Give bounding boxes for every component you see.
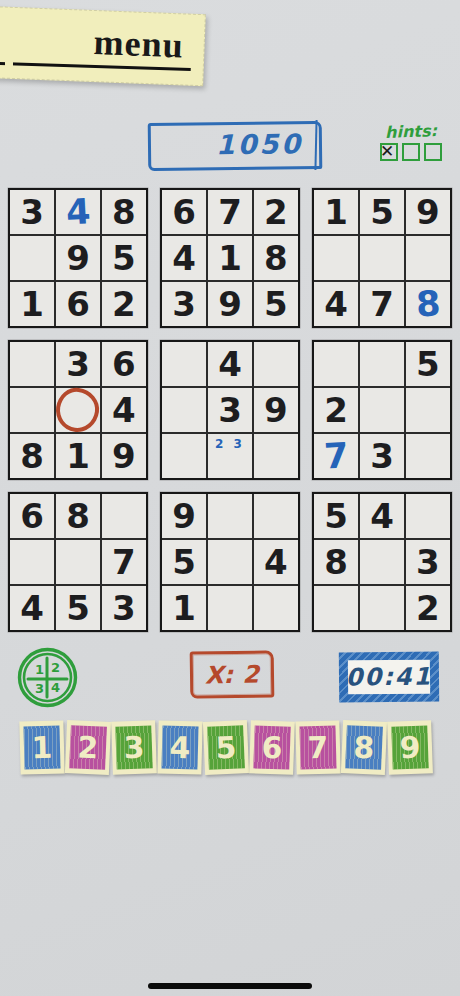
cell-r8c4[interactable]: 5	[162, 540, 206, 584]
cell-r6c5[interactable]: 2 3	[208, 434, 252, 478]
given-digit: 4	[172, 238, 196, 278]
cell-r7c4[interactable]: 9	[162, 494, 206, 538]
given-digit: 8	[112, 192, 136, 232]
cell-r5c8[interactable]	[360, 388, 404, 432]
given-digit: 4	[370, 496, 394, 536]
cell-r5c2[interactable]	[56, 388, 100, 432]
given-digit: 2	[264, 192, 288, 232]
cell-r2c5[interactable]: 1	[208, 236, 252, 280]
number-tile-9[interactable]: 9	[387, 720, 433, 775]
cell-r7c7[interactable]: 5	[314, 494, 358, 538]
cell-r9c8[interactable]	[360, 586, 404, 630]
cell-r9c6[interactable]	[254, 586, 298, 630]
given-digit: 6	[20, 496, 44, 536]
cell-r3c1[interactable]: 1	[10, 282, 54, 326]
selected-cell-circle-icon	[54, 385, 103, 435]
number-tile-digit: 9	[391, 725, 428, 769]
mistakes-label: X:	[205, 660, 233, 688]
cell-r7c9[interactable]	[406, 494, 450, 538]
given-digit: 3	[218, 390, 242, 430]
given-digit: 5	[66, 588, 90, 628]
cell-r7c6[interactable]	[254, 494, 298, 538]
cell-r4c8[interactable]	[360, 342, 404, 386]
given-digit: 4	[20, 588, 44, 628]
cell-r9c4[interactable]: 1	[162, 586, 206, 630]
given-digit: 5	[112, 238, 136, 278]
cell-r6c4[interactable]	[162, 434, 206, 478]
number-tile-6[interactable]: 6	[249, 720, 295, 775]
cell-r1c3[interactable]: 8	[102, 190, 146, 234]
cell-r7c8[interactable]: 4	[360, 494, 404, 538]
given-digit: 8	[20, 436, 44, 476]
cell-r5c3[interactable]: 4	[102, 388, 146, 432]
cell-r3c6[interactable]: 5	[254, 282, 298, 326]
cell-r1c6[interactable]: 2	[254, 190, 298, 234]
number-tile-tray: 123456789	[20, 721, 432, 774]
given-digit: 9	[416, 192, 440, 232]
given-digit: 1	[20, 284, 44, 324]
number-tile-digit: 6	[253, 725, 290, 769]
box-3: 159478	[312, 188, 452, 328]
given-digit: 9	[172, 496, 196, 536]
cell-r6c8[interactable]: 3	[360, 434, 404, 478]
cell-r8c8[interactable]	[360, 540, 404, 584]
hint-checkbox-2[interactable]	[402, 143, 420, 161]
hints-panel[interactable]: hints: ✕	[380, 122, 442, 161]
given-digit: 4	[324, 284, 348, 324]
box-7: 687453	[8, 492, 148, 632]
hint-checkbox-3[interactable]	[424, 143, 442, 161]
pencil-marks: 2 3	[208, 437, 252, 451]
cell-r5c4[interactable]	[162, 388, 206, 432]
number-tile-5[interactable]: 5	[203, 720, 249, 775]
cell-r8c9[interactable]: 3	[406, 540, 450, 584]
home-indicator[interactable]	[148, 983, 312, 989]
pencil-toggle-quadrant-1: 1	[35, 662, 44, 677]
cell-r8c3[interactable]: 7	[102, 540, 146, 584]
cell-r1c8[interactable]: 5	[360, 190, 404, 234]
box-2: 672418395	[160, 188, 300, 328]
cell-r6c9[interactable]	[406, 434, 450, 478]
given-digit: 9	[218, 284, 242, 324]
given-digit: 4	[264, 542, 288, 582]
hint-used-x-icon: ✕	[380, 141, 394, 161]
timer: 00:41	[339, 652, 439, 703]
cell-r9c1[interactable]: 4	[10, 586, 54, 630]
mistakes-counter: X: 2	[190, 650, 275, 698]
cell-r5c9[interactable]	[406, 388, 450, 432]
given-digit: 3	[172, 284, 196, 324]
number-tile-digit: 5	[207, 725, 245, 770]
cell-r6c7[interactable]: 7	[314, 434, 358, 478]
box-5: 4392 3	[160, 340, 300, 480]
given-digit: 9	[264, 390, 288, 430]
cell-r9c7[interactable]	[314, 586, 358, 630]
given-digit: 4	[218, 344, 242, 384]
cell-r2c4[interactable]: 4	[162, 236, 206, 280]
box-6: 5273	[312, 340, 452, 480]
number-tile-digit: 2	[69, 725, 107, 770]
score-box: 1050	[148, 121, 323, 171]
given-digit: 8	[324, 542, 348, 582]
score-value: 1050	[216, 128, 304, 160]
given-digit: 5	[416, 344, 440, 384]
given-digit: 1	[324, 192, 348, 232]
number-tile-3[interactable]: 3	[111, 720, 157, 775]
given-digit: 2	[324, 390, 348, 430]
cell-r4c9[interactable]: 5	[406, 342, 450, 386]
given-digit: 5	[370, 192, 394, 232]
cell-r1c2[interactable]: 4	[56, 190, 100, 234]
cell-r1c4[interactable]: 6	[162, 190, 206, 234]
given-digit: 1	[66, 436, 90, 476]
cell-r2c2[interactable]: 9	[56, 236, 100, 280]
cell-r5c7[interactable]: 2	[314, 388, 358, 432]
mistakes-value: 2	[242, 660, 259, 688]
given-digit: 7	[112, 542, 136, 582]
pencil-toggle-quadrant-4: 4	[51, 680, 60, 695]
cell-r4c4[interactable]	[162, 342, 206, 386]
cell-r7c2[interactable]: 8	[56, 494, 100, 538]
given-digit: 3	[112, 588, 136, 628]
given-digit: 5	[324, 496, 348, 536]
cell-r4c2[interactable]: 3	[56, 342, 100, 386]
pencil-toggle-quadrant-2: 2	[51, 660, 60, 675]
cell-r3c4[interactable]: 3	[162, 282, 206, 326]
cell-r1c5[interactable]: 7	[208, 190, 252, 234]
given-digit: 6	[66, 284, 90, 324]
cell-r4c7[interactable]	[314, 342, 358, 386]
cell-r5c1[interactable]	[10, 388, 54, 432]
number-tile-1[interactable]: 1	[19, 720, 64, 774]
given-digit: 5	[264, 284, 288, 324]
cell-r9c9[interactable]: 2	[406, 586, 450, 630]
given-digit: 2	[416, 588, 440, 628]
given-digit: 8	[66, 496, 90, 536]
cell-r2c8[interactable]	[360, 236, 404, 280]
user-digit: 8	[415, 283, 441, 324]
cell-r4c6[interactable]	[254, 342, 298, 386]
cell-r2c7[interactable]	[314, 236, 358, 280]
given-digit: 9	[112, 436, 136, 476]
cell-r2c6[interactable]: 8	[254, 236, 298, 280]
given-digit: 3	[20, 192, 44, 232]
cell-r9c2[interactable]: 5	[56, 586, 100, 630]
number-tile-digit: 3	[115, 725, 152, 769]
cell-r8c5[interactable]	[208, 540, 252, 584]
given-digit: 7	[218, 192, 242, 232]
cell-r5c5[interactable]: 3	[208, 388, 252, 432]
number-tile-4[interactable]: 4	[157, 720, 202, 774]
cell-r3c9[interactable]: 8	[406, 282, 450, 326]
given-digit: 6	[172, 192, 196, 232]
timer-value: 00:41	[346, 663, 433, 692]
cell-r6c2[interactable]: 1	[56, 434, 100, 478]
cell-r8c7[interactable]: 8	[314, 540, 358, 584]
box-8: 9541	[160, 492, 300, 632]
cell-r1c9[interactable]: 9	[406, 190, 450, 234]
cell-r8c1[interactable]	[10, 540, 54, 584]
cell-r3c2[interactable]: 6	[56, 282, 100, 326]
hint-checkboxes: ✕	[380, 143, 442, 161]
hint-checkbox-1[interactable]: ✕	[380, 143, 398, 161]
cell-r3c3[interactable]: 2	[102, 282, 146, 326]
cell-r1c1[interactable]: 3	[10, 190, 54, 234]
cell-r3c8[interactable]: 7	[360, 282, 404, 326]
given-digit: 5	[172, 542, 196, 582]
box-4: 364819	[8, 340, 148, 480]
number-tile-digit: 1	[23, 726, 60, 770]
given-digit: 3	[416, 542, 440, 582]
given-digit: 8	[264, 238, 288, 278]
number-tile-digit: 4	[161, 726, 198, 770]
cell-r3c5[interactable]: 9	[208, 282, 252, 326]
menu-button[interactable]: menu	[0, 6, 206, 86]
number-tile-7[interactable]: 7	[295, 720, 340, 774]
number-tile-2[interactable]: 2	[65, 720, 111, 775]
cell-r7c5[interactable]	[208, 494, 252, 538]
pencil-toggle-quadrant-3: 3	[35, 681, 44, 696]
cell-r6c1[interactable]: 8	[10, 434, 54, 478]
cell-r9c3[interactable]: 3	[102, 586, 146, 630]
given-digit: 2	[112, 284, 136, 324]
menu-button-label: menu	[93, 21, 185, 66]
cell-r3c7[interactable]: 4	[314, 282, 358, 326]
box-9: 54832	[312, 492, 452, 632]
number-tile-digit: 7	[299, 726, 336, 770]
user-digit: 4	[65, 192, 91, 233]
given-digit: 4	[112, 390, 136, 430]
cell-r4c1[interactable]	[10, 342, 54, 386]
box-1: 34895162	[8, 188, 148, 328]
sudoku-board: 348951626724183951594783648194392 352736…	[8, 188, 452, 632]
timer-inner: 00:41	[348, 660, 430, 695]
given-digit: 1	[172, 588, 196, 628]
number-tile-digit: 8	[345, 725, 383, 770]
cell-r4c3[interactable]: 6	[102, 342, 146, 386]
cell-r8c2[interactable]	[56, 540, 100, 584]
cell-r6c3[interactable]: 9	[102, 434, 146, 478]
cell-r9c5[interactable]	[208, 586, 252, 630]
cell-r7c1[interactable]: 6	[10, 494, 54, 538]
pencil-marks-toggle-button[interactable]: 1 2 3 4	[16, 646, 80, 710]
cell-r2c3[interactable]: 5	[102, 236, 146, 280]
number-tile-8[interactable]: 8	[341, 720, 387, 775]
hints-label: hints:	[380, 121, 443, 142]
user-digit: 7	[323, 435, 349, 476]
given-digit: 9	[66, 238, 90, 278]
cell-r2c1[interactable]	[10, 236, 54, 280]
given-digit: 3	[66, 344, 90, 384]
given-digit: 1	[218, 238, 242, 278]
app-screen: menu 1050 hints: ✕ 348951626724183951594…	[0, 0, 460, 996]
given-digit: 7	[370, 284, 394, 324]
given-digit: 3	[370, 436, 394, 476]
given-digit: 6	[112, 344, 136, 384]
cell-r2c9[interactable]	[406, 236, 450, 280]
cell-r7c3[interactable]	[102, 494, 146, 538]
cell-r6c6[interactable]	[254, 434, 298, 478]
cell-r8c6[interactable]: 4	[254, 540, 298, 584]
cell-r5c6[interactable]: 9	[254, 388, 298, 432]
cell-r4c5[interactable]: 4	[208, 342, 252, 386]
cell-r1c7[interactable]: 1	[314, 190, 358, 234]
